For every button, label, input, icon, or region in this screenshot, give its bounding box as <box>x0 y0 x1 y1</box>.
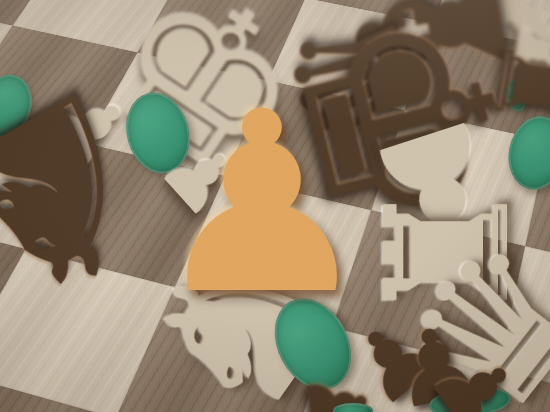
chessboard-photo: ♟♝♝♜♛♚♚♟♟♞♟♜♛♞♟♟♟♟♟ <box>0 0 550 412</box>
pieces-layer: ♟♝♝♜♛♚♚♟♟♞♟♜♛♞♟♟♟♟♟ <box>0 0 550 412</box>
felt-bottom-center <box>333 403 373 412</box>
standing-orange-pawn: ♟ <box>150 79 374 329</box>
